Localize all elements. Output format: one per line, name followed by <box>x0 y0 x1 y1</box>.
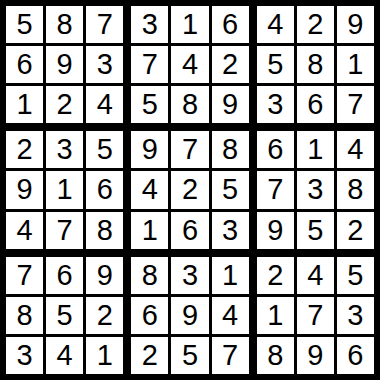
sudoku-cell-r4c5: 7 <box>171 131 208 168</box>
sudoku-cell-r5c1: 9 <box>6 171 43 208</box>
sudoku-cell-r9c8: 9 <box>297 337 334 374</box>
sudoku-cell-r3c4: 5 <box>131 86 168 123</box>
sudoku-cell-r1c3: 7 <box>86 6 123 43</box>
sudoku-cell-r8c6: 4 <box>212 297 249 334</box>
sudoku-cell-r9c3: 1 <box>86 337 123 374</box>
sudoku-cell-r2c7: 5 <box>257 46 294 83</box>
sudoku-cell-r2c1: 6 <box>6 46 43 83</box>
sudoku-cell-r7c4: 8 <box>131 257 168 294</box>
sudoku-cell-r3c9: 7 <box>337 86 374 123</box>
sudoku-cell-r9c6: 7 <box>212 337 249 374</box>
sudoku-cell-r1c9: 9 <box>337 6 374 43</box>
sudoku-box-8: 831694257 <box>131 257 248 374</box>
sudoku-cell-r9c4: 2 <box>131 337 168 374</box>
sudoku-cell-r8c9: 3 <box>337 297 374 334</box>
sudoku-cell-r7c2: 6 <box>46 257 83 294</box>
sudoku-cell-r1c2: 8 <box>46 6 83 43</box>
sudoku-cell-r1c7: 4 <box>257 6 294 43</box>
sudoku-box-2: 316742589 <box>131 6 248 123</box>
sudoku-cell-r9c2: 4 <box>46 337 83 374</box>
sudoku-cell-r5c8: 3 <box>297 171 334 208</box>
sudoku-cell-r3c5: 8 <box>171 86 208 123</box>
sudoku-cell-r5c3: 6 <box>86 171 123 208</box>
sudoku-cell-r5c9: 8 <box>337 171 374 208</box>
sudoku-cell-r9c5: 5 <box>171 337 208 374</box>
sudoku-cell-r5c2: 1 <box>46 171 83 208</box>
sudoku-cell-r5c7: 7 <box>257 171 294 208</box>
sudoku-cell-r4c1: 2 <box>6 131 43 168</box>
sudoku-cell-r4c3: 5 <box>86 131 123 168</box>
sudoku-cell-r7c5: 3 <box>171 257 208 294</box>
sudoku-cell-r2c2: 9 <box>46 46 83 83</box>
sudoku-cell-r3c6: 9 <box>212 86 249 123</box>
sudoku-cell-r6c3: 8 <box>86 212 123 249</box>
sudoku-cell-r1c5: 1 <box>171 6 208 43</box>
sudoku-cell-r6c9: 2 <box>337 212 374 249</box>
sudoku-cell-r5c5: 2 <box>171 171 208 208</box>
sudoku-box-5: 978425163 <box>131 131 248 248</box>
sudoku-cell-r6c2: 7 <box>46 212 83 249</box>
sudoku-cell-r4c2: 3 <box>46 131 83 168</box>
sudoku-box-4: 235916478 <box>6 131 123 248</box>
sudoku-cell-r5c4: 4 <box>131 171 168 208</box>
sudoku-cell-r5c6: 5 <box>212 171 249 208</box>
sudoku-cell-r6c6: 3 <box>212 212 249 249</box>
sudoku-box-3: 429581367 <box>257 6 374 123</box>
sudoku-cell-r2c8: 8 <box>297 46 334 83</box>
sudoku-cell-r7c7: 2 <box>257 257 294 294</box>
sudoku-cell-r2c3: 3 <box>86 46 123 83</box>
sudoku-cell-r8c1: 8 <box>6 297 43 334</box>
sudoku-cell-r1c4: 3 <box>131 6 168 43</box>
sudoku-cell-r4c7: 6 <box>257 131 294 168</box>
sudoku-cell-r9c9: 6 <box>337 337 374 374</box>
sudoku-box-1: 587693124 <box>6 6 123 123</box>
sudoku-cell-r7c3: 9 <box>86 257 123 294</box>
sudoku-cell-r1c6: 6 <box>212 6 249 43</box>
sudoku-cell-r8c7: 1 <box>257 297 294 334</box>
sudoku-box-7: 769852341 <box>6 257 123 374</box>
sudoku-cell-r9c7: 8 <box>257 337 294 374</box>
sudoku-cell-r6c7: 9 <box>257 212 294 249</box>
sudoku-cell-r3c2: 2 <box>46 86 83 123</box>
sudoku-cell-r8c8: 7 <box>297 297 334 334</box>
sudoku-cell-r2c9: 1 <box>337 46 374 83</box>
sudoku-cell-r8c5: 9 <box>171 297 208 334</box>
sudoku-cell-r6c1: 4 <box>6 212 43 249</box>
sudoku-cell-r4c8: 1 <box>297 131 334 168</box>
sudoku-board: 5876931243167425894295813672359164789784… <box>0 0 380 380</box>
sudoku-cell-r3c3: 4 <box>86 86 123 123</box>
sudoku-cell-r2c6: 2 <box>212 46 249 83</box>
sudoku-cell-r1c8: 2 <box>297 6 334 43</box>
sudoku-cell-r7c9: 5 <box>337 257 374 294</box>
sudoku-cell-r8c2: 5 <box>46 297 83 334</box>
sudoku-cell-r9c1: 3 <box>6 337 43 374</box>
sudoku-cell-r8c3: 2 <box>86 297 123 334</box>
sudoku-cell-r7c8: 4 <box>297 257 334 294</box>
sudoku-cell-r3c7: 3 <box>257 86 294 123</box>
sudoku-cell-r6c8: 5 <box>297 212 334 249</box>
sudoku-cell-r3c1: 1 <box>6 86 43 123</box>
sudoku-cell-r3c8: 6 <box>297 86 334 123</box>
sudoku-cell-r6c5: 6 <box>171 212 208 249</box>
sudoku-cell-r4c6: 8 <box>212 131 249 168</box>
sudoku-cell-r4c4: 9 <box>131 131 168 168</box>
sudoku-cell-r7c6: 1 <box>212 257 249 294</box>
sudoku-cell-r4c9: 4 <box>337 131 374 168</box>
sudoku-cell-r2c4: 7 <box>131 46 168 83</box>
sudoku-box-9: 245173896 <box>257 257 374 374</box>
sudoku-cell-r6c4: 1 <box>131 212 168 249</box>
sudoku-cell-r7c1: 7 <box>6 257 43 294</box>
sudoku-box-6: 614738952 <box>257 131 374 248</box>
sudoku-cell-r1c1: 5 <box>6 6 43 43</box>
sudoku-cell-r2c5: 4 <box>171 46 208 83</box>
sudoku-cell-r8c4: 6 <box>131 297 168 334</box>
